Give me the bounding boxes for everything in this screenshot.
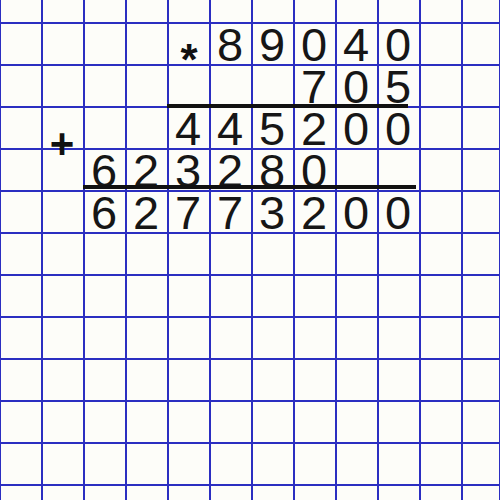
digit-cell: 4 [209, 106, 251, 148]
digit-cell: 2 [209, 148, 251, 190]
digit-cell: 0 [377, 190, 419, 232]
digit-cell: 8 [251, 148, 293, 190]
digit-cell: 2 [125, 148, 167, 190]
digit-cell: 4 [335, 22, 377, 64]
digit-cell: 0 [293, 22, 335, 64]
worksheet-grid: 8904070544520062328062773200 [0, 0, 500, 484]
digit-cell: 0 [335, 64, 377, 106]
digit-cell: 0 [293, 148, 335, 190]
digit-cell: 6 [83, 148, 125, 190]
digit-cell: 2 [125, 190, 167, 232]
plus-sign: + [50, 123, 75, 165]
multiply-sign: * [180, 38, 197, 82]
digit-cell: 7 [209, 190, 251, 232]
digit-cell: 0 [335, 190, 377, 232]
digit-cell: 0 [377, 22, 419, 64]
digit-cell: 0 [335, 106, 377, 148]
addition-rule-line [83, 185, 416, 189]
digit-cell: 9 [251, 22, 293, 64]
digit-cell: 4 [167, 106, 209, 148]
multiplication-rule-line [167, 104, 408, 108]
grid-paper: 8904070544520062328062773200 * + [0, 0, 500, 500]
digit-cell: 8 [209, 22, 251, 64]
digit-cell: 3 [251, 190, 293, 232]
digit-cell: 3 [167, 148, 209, 190]
digit-cell: 5 [251, 106, 293, 148]
digit-cell: 7 [293, 64, 335, 106]
digit-cell: 7 [167, 190, 209, 232]
digit-cell: 2 [293, 190, 335, 232]
digit-cell: 0 [377, 106, 419, 148]
digit-cell: 6 [83, 190, 125, 232]
digit-cell: 2 [293, 106, 335, 148]
digit-cell: 5 [377, 64, 419, 106]
